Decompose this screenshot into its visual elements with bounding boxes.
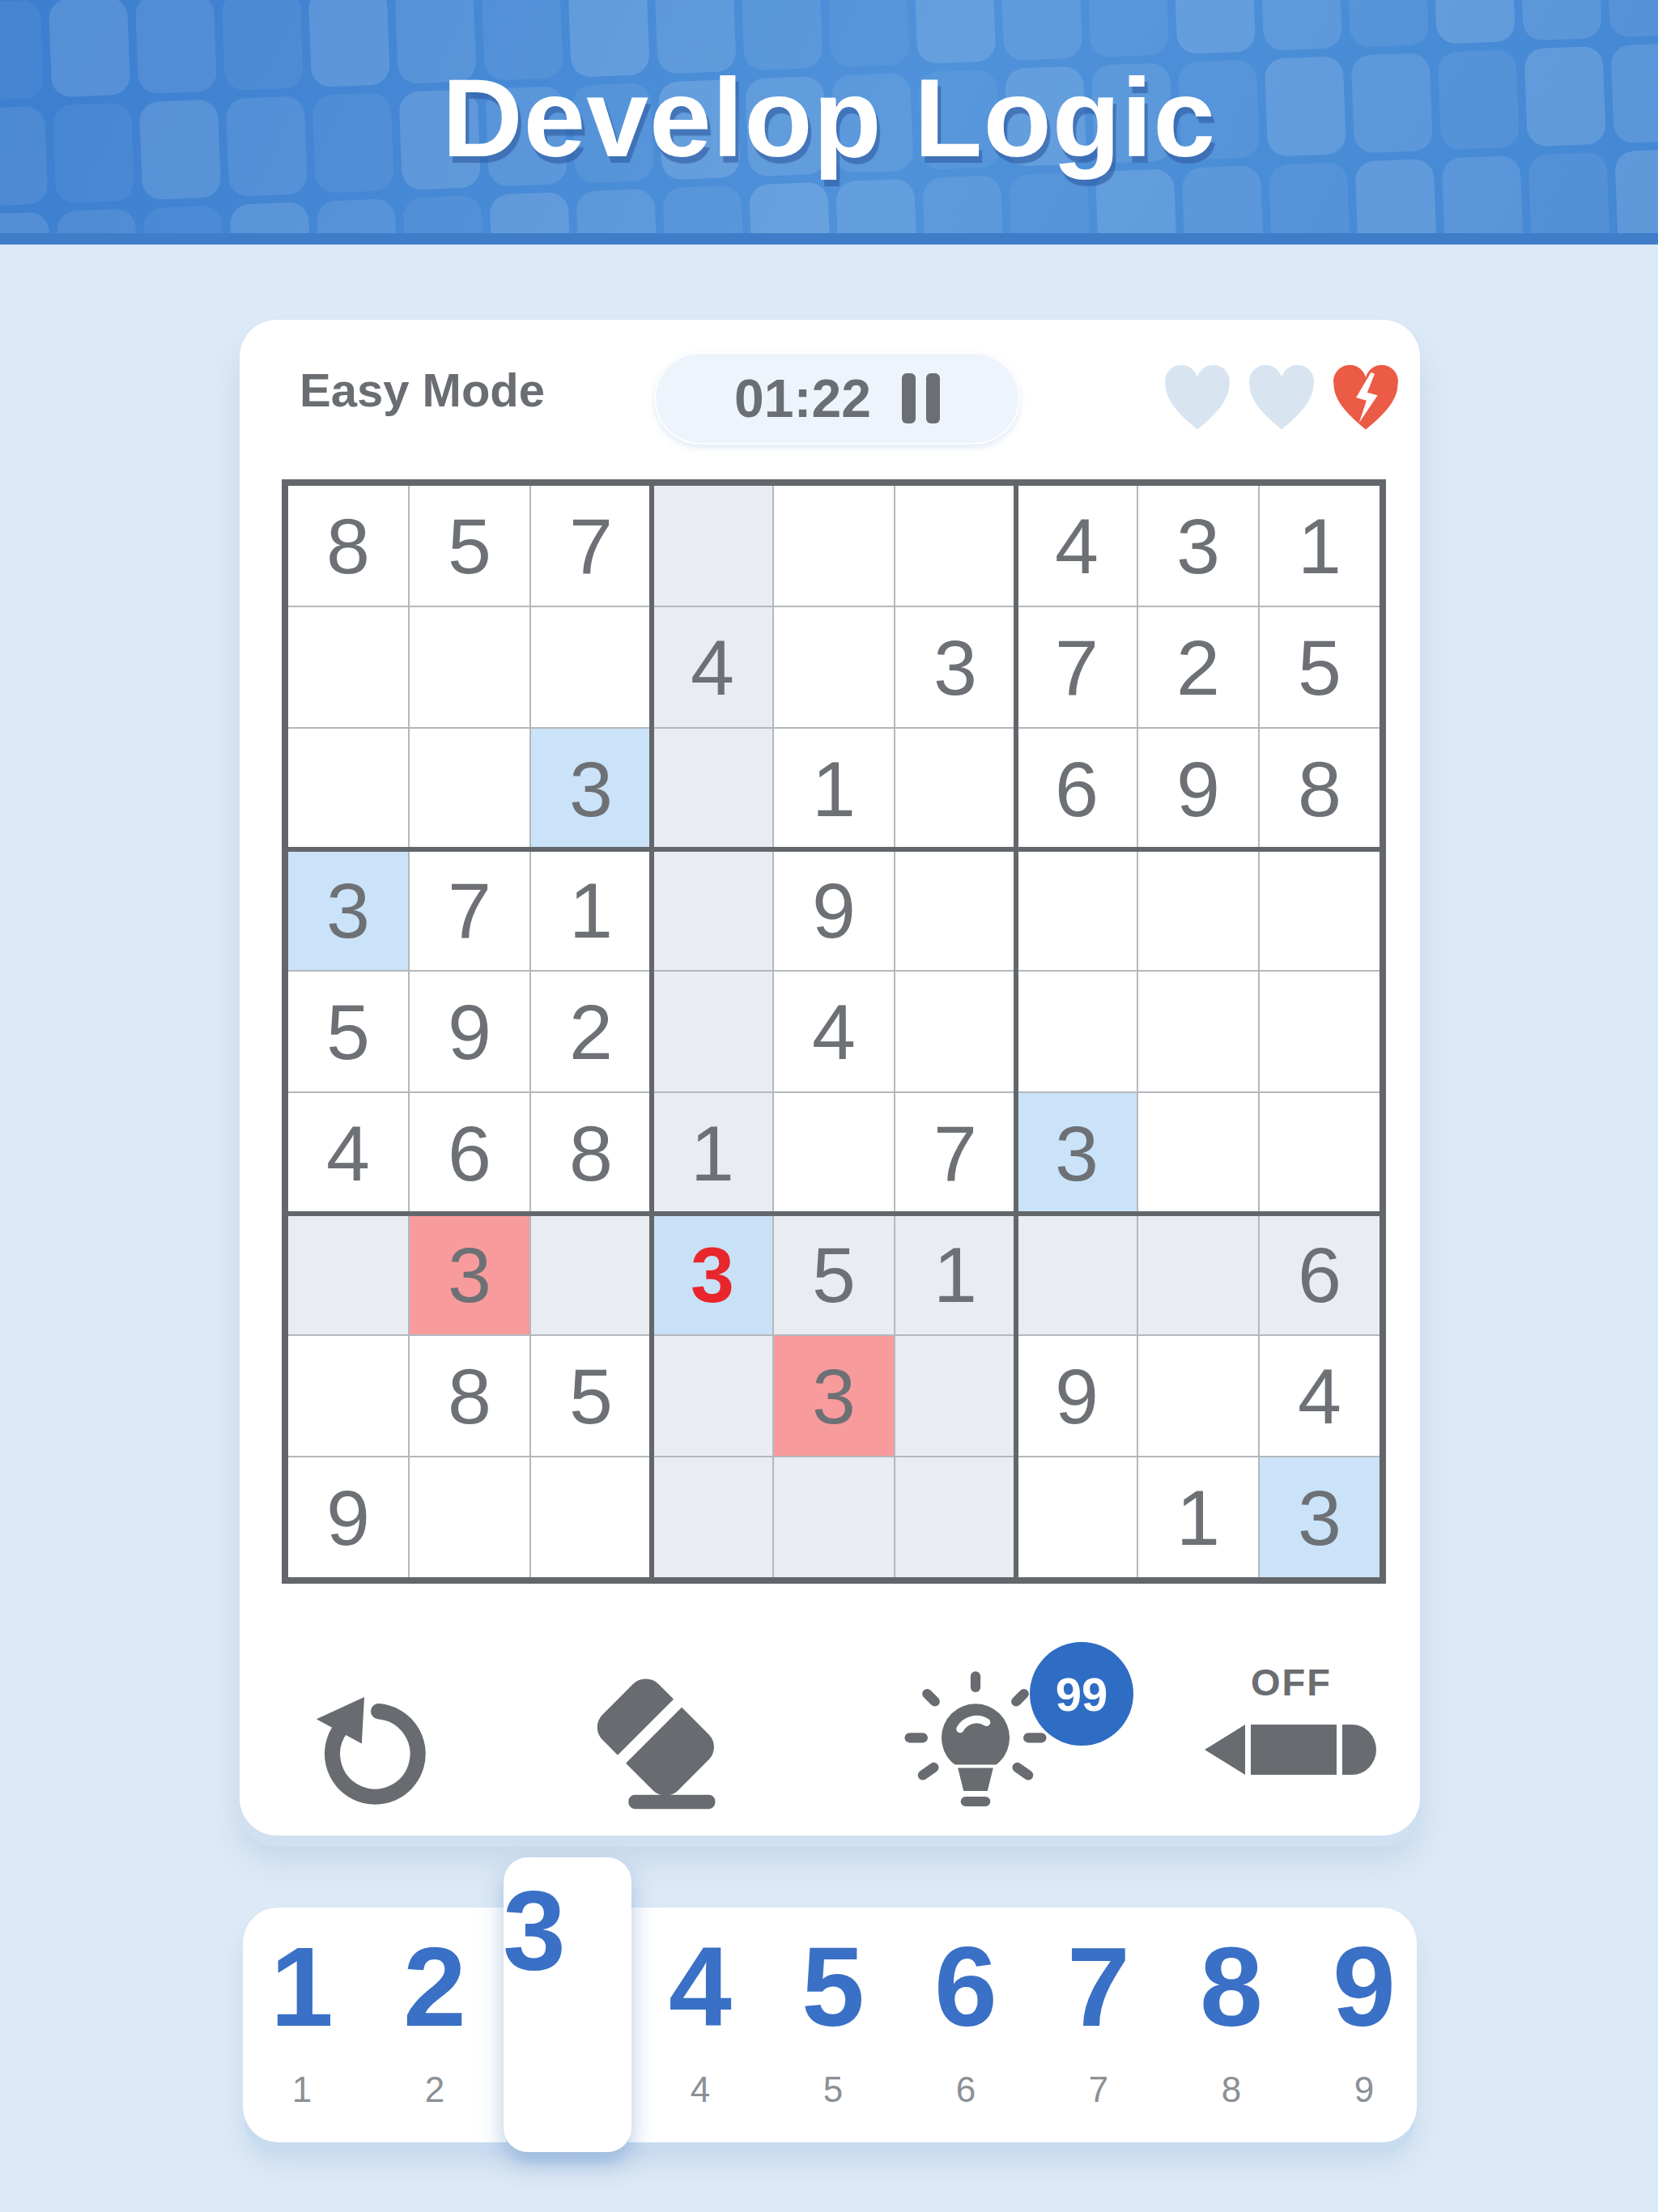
- cell-r9c1[interactable]: 9: [288, 1457, 408, 1577]
- cell-r1c5[interactable]: [774, 486, 894, 606]
- cell-r6c7[interactable]: 3: [1017, 1093, 1137, 1213]
- timer-pill[interactable]: 01:22: [654, 352, 1020, 445]
- cell-r3c9[interactable]: 8: [1260, 729, 1380, 849]
- numpad-5[interactable]: 55: [768, 1908, 898, 2142]
- cell-r5c6[interactable]: [895, 972, 1015, 1091]
- cell-r4c6[interactable]: [895, 850, 1015, 970]
- cell-r7c9[interactable]: 6: [1260, 1214, 1380, 1334]
- cell-r3c7[interactable]: 6: [1017, 729, 1137, 849]
- box-divider: [282, 1211, 1386, 1216]
- hint-count-badge: 99: [1030, 1642, 1133, 1746]
- cell-r7c3[interactable]: [531, 1214, 651, 1334]
- banner-strip: [0, 233, 1658, 245]
- numpad-4[interactable]: 44: [636, 1908, 765, 2142]
- cell-r4c2[interactable]: 7: [410, 850, 529, 970]
- undo-button[interactable]: [306, 1684, 436, 1817]
- numpad-digit: 5: [768, 1930, 898, 2044]
- numpad-3-selected-tile[interactable]: 3: [504, 1857, 631, 2152]
- numpad-7[interactable]: 77: [1034, 1908, 1163, 2142]
- box-divider: [282, 847, 1386, 852]
- sudoku-app: Develop Logic Easy Mode 01:22 8574314372…: [0, 0, 1658, 2212]
- cell-r5c3[interactable]: 2: [531, 972, 651, 1091]
- cell-r6c4[interactable]: 1: [653, 1093, 772, 1213]
- cell-r7c5[interactable]: 5: [774, 1214, 894, 1334]
- page-title: Develop Logic: [0, 0, 1658, 235]
- cell-r7c1[interactable]: [288, 1214, 408, 1334]
- cell-r7c4[interactable]: 3: [653, 1214, 772, 1334]
- pale-blue-heart: [1159, 363, 1235, 434]
- eraser-icon: [580, 1678, 733, 1815]
- cell-r2c6[interactable]: 3: [895, 607, 1015, 727]
- cell-r8c2[interactable]: 8: [410, 1336, 529, 1456]
- cell-r5c5[interactable]: 4: [774, 972, 894, 1091]
- cell-r5c9[interactable]: [1260, 972, 1380, 1091]
- cell-r9c6[interactable]: [895, 1457, 1015, 1577]
- cell-r3c3[interactable]: 3: [531, 729, 651, 849]
- cell-r9c9[interactable]: 3: [1260, 1457, 1380, 1577]
- cell-r6c8[interactable]: [1138, 1093, 1258, 1213]
- numpad-digit: 7: [1034, 1930, 1163, 2044]
- numpad-remaining-count: 4: [636, 2069, 765, 2110]
- cell-r5c7[interactable]: [1017, 972, 1137, 1091]
- banner: Develop Logic: [0, 0, 1658, 245]
- cell-r1c1[interactable]: 8: [288, 486, 408, 606]
- cell-r6c3[interactable]: 8: [531, 1093, 651, 1213]
- numpad-digit: 2: [370, 1930, 500, 2044]
- cell-r9c7[interactable]: [1017, 1457, 1137, 1577]
- cell-r4c8[interactable]: [1138, 850, 1258, 970]
- cell-r9c3[interactable]: [531, 1457, 651, 1577]
- numpad-remaining-count: 7: [1034, 2069, 1163, 2110]
- numpad-2[interactable]: 22: [370, 1908, 500, 2142]
- cell-r9c8[interactable]: 1: [1138, 1457, 1258, 1577]
- cell-r7c7[interactable]: [1017, 1214, 1137, 1334]
- cell-r6c5[interactable]: [774, 1093, 894, 1213]
- cell-r8c1[interactable]: [288, 1336, 408, 1456]
- cell-r5c8[interactable]: [1138, 972, 1258, 1091]
- cell-r2c7[interactable]: 7: [1017, 607, 1137, 727]
- cell-r7c2[interactable]: 3: [410, 1214, 529, 1334]
- numpad-6[interactable]: 66: [901, 1908, 1031, 2142]
- cell-r2c9[interactable]: 5: [1260, 607, 1380, 727]
- pencil-button[interactable]: [1200, 1715, 1378, 1788]
- cell-r8c5[interactable]: 3: [774, 1336, 894, 1456]
- cell-r5c4[interactable]: [653, 972, 772, 1091]
- cell-r1c4[interactable]: [653, 486, 772, 606]
- pale-blue-heart-icon: [1243, 363, 1320, 434]
- cell-r6c1[interactable]: 4: [288, 1093, 408, 1213]
- timer-value: 01:22: [734, 368, 871, 429]
- numpad-9[interactable]: 99: [1299, 1908, 1429, 2142]
- cell-r3c8[interactable]: 9: [1138, 729, 1258, 849]
- numpad-digit: 6: [901, 1930, 1031, 2044]
- cell-r2c3[interactable]: [531, 607, 651, 727]
- red-broken-heart-icon: [1328, 363, 1404, 434]
- sudoku-board: 8574314372531698371959244681733351685394…: [282, 479, 1386, 1584]
- numpad-digit: 4: [636, 1930, 765, 2044]
- cell-r2c4[interactable]: 4: [653, 607, 772, 727]
- cell-r3c6[interactable]: [895, 729, 1015, 849]
- cell-r1c3[interactable]: 7: [531, 486, 651, 606]
- pencil-icon: [1200, 1715, 1378, 1784]
- cell-r2c2[interactable]: [410, 607, 529, 727]
- cell-r9c2[interactable]: [410, 1457, 529, 1577]
- cell-r1c7[interactable]: 4: [1017, 486, 1137, 606]
- pause-icon[interactable]: [902, 373, 940, 423]
- cell-r4c5[interactable]: 9: [774, 850, 894, 970]
- numpad-remaining-count: 9: [1299, 2069, 1429, 2110]
- cell-r3c2[interactable]: [410, 729, 529, 849]
- numpad-remaining-count: 2: [370, 2069, 500, 2110]
- numpad-8[interactable]: 88: [1167, 1908, 1296, 2142]
- cell-r3c5[interactable]: 1: [774, 729, 894, 849]
- cell-r4c1[interactable]: 3: [288, 850, 408, 970]
- box-divider: [649, 479, 654, 1584]
- cell-r4c9[interactable]: [1260, 850, 1380, 970]
- cell-r7c6[interactable]: 1: [895, 1214, 1015, 1334]
- cell-r2c5[interactable]: [774, 607, 894, 727]
- cell-r6c9[interactable]: [1260, 1093, 1380, 1213]
- cell-r8c8[interactable]: [1138, 1336, 1258, 1456]
- cell-r8c6[interactable]: [895, 1336, 1015, 1456]
- numpad-1[interactable]: 11: [237, 1908, 367, 2142]
- cell-r4c3[interactable]: 1: [531, 850, 651, 970]
- box-divider: [1014, 479, 1018, 1584]
- cell-r6c6[interactable]: 7: [895, 1093, 1015, 1213]
- cell-r7c8[interactable]: [1138, 1214, 1258, 1334]
- red-broken-heart: [1328, 363, 1404, 434]
- cell-r3c4[interactable]: [653, 729, 772, 849]
- pencil-mode-label: OFF: [1206, 1660, 1376, 1704]
- numpad: 11223445566778899: [243, 1908, 1417, 2142]
- cell-r3c1[interactable]: [288, 729, 408, 849]
- undo-icon: [306, 1684, 436, 1814]
- cell-r4c4[interactable]: [653, 850, 772, 970]
- numpad-remaining-count: 6: [901, 2069, 1031, 2110]
- cell-r2c8[interactable]: 2: [1138, 607, 1258, 727]
- cell-r1c2[interactable]: 5: [410, 486, 529, 606]
- cell-r4c7[interactable]: [1017, 850, 1137, 970]
- numpad-digit: 3: [503, 1874, 632, 1987]
- cell-r8c4[interactable]: [653, 1336, 772, 1456]
- cell-r6c2[interactable]: 6: [410, 1093, 529, 1213]
- cell-r1c6[interactable]: [895, 486, 1015, 606]
- cell-r1c9[interactable]: 1: [1260, 486, 1380, 606]
- mode-label: Easy Mode: [300, 363, 545, 417]
- cell-r9c5[interactable]: [774, 1457, 894, 1577]
- cell-r8c7[interactable]: 9: [1017, 1336, 1137, 1456]
- cell-r5c2[interactable]: 9: [410, 972, 529, 1091]
- numpad-digit: 9: [1299, 1930, 1429, 2044]
- eraser-button[interactable]: [580, 1678, 733, 1819]
- numpad-digit: 8: [1167, 1930, 1296, 2044]
- cell-r9c4[interactable]: [653, 1457, 772, 1577]
- cell-r8c3[interactable]: 5: [531, 1336, 651, 1456]
- numpad-remaining-count: 5: [768, 2069, 898, 2110]
- numpad-digit: 1: [237, 1930, 367, 2044]
- pale-blue-heart-icon: [1159, 363, 1235, 434]
- sudoku-grid-cells: 8574314372531698371959244681733351685394…: [288, 486, 1380, 1577]
- cell-r1c8[interactable]: 3: [1138, 486, 1258, 606]
- numpad-remaining-count: 1: [237, 2069, 367, 2110]
- cell-r5c1[interactable]: 5: [288, 972, 408, 1091]
- cell-r8c9[interactable]: 4: [1260, 1336, 1380, 1456]
- pale-blue-heart: [1243, 363, 1320, 434]
- cell-r2c1[interactable]: [288, 607, 408, 727]
- numpad-remaining-count: 8: [1167, 2069, 1296, 2110]
- hearts: [1159, 363, 1404, 434]
